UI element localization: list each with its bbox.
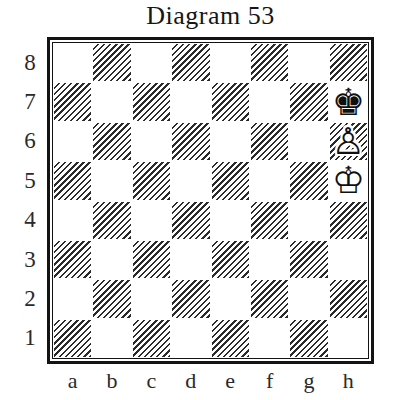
square-f3[interactable] <box>250 240 289 279</box>
square-b4[interactable] <box>92 201 131 240</box>
square-c8[interactable] <box>132 43 171 82</box>
square-a1[interactable] <box>53 319 92 358</box>
square-g8[interactable] <box>289 43 328 82</box>
rank-label-1: 1 <box>12 319 48 358</box>
square-g5[interactable] <box>289 161 328 200</box>
file-labels: abcdefgh <box>53 366 368 396</box>
square-h8[interactable] <box>329 43 368 82</box>
square-b8[interactable] <box>92 43 131 82</box>
square-f6[interactable] <box>250 122 289 161</box>
file-label-a: a <box>53 366 92 396</box>
square-g6[interactable] <box>289 122 328 161</box>
square-a2[interactable] <box>53 279 92 318</box>
square-h4[interactable] <box>329 201 368 240</box>
square-d5[interactable] <box>171 161 210 200</box>
square-d6[interactable] <box>171 122 210 161</box>
square-e4[interactable] <box>211 201 250 240</box>
square-h2[interactable] <box>329 279 368 318</box>
rank-label-5: 5 <box>12 161 48 200</box>
square-b2[interactable] <box>92 279 131 318</box>
square-b1[interactable] <box>92 319 131 358</box>
square-a7[interactable] <box>53 82 92 121</box>
square-c6[interactable] <box>132 122 171 161</box>
rank-label-3: 3 <box>12 240 48 279</box>
square-f7[interactable] <box>250 82 289 121</box>
square-f1[interactable] <box>250 319 289 358</box>
piece-white-king-h5[interactable]: ♔ <box>332 162 365 199</box>
square-b5[interactable] <box>92 161 131 200</box>
square-d2[interactable] <box>171 279 210 318</box>
rank-label-6: 6 <box>12 122 48 161</box>
piece-white-pawn-h6[interactable]: ♙ <box>332 123 365 160</box>
board-inner-frame: ♚♙♔ <box>52 42 369 359</box>
rank-labels: 87654321 <box>12 43 48 358</box>
square-e5[interactable] <box>211 161 250 200</box>
board-grid: ♚♙♔ <box>53 43 368 358</box>
square-h1[interactable] <box>329 319 368 358</box>
square-d7[interactable] <box>171 82 210 121</box>
square-d8[interactable] <box>171 43 210 82</box>
square-a3[interactable] <box>53 240 92 279</box>
file-label-f: f <box>250 366 289 396</box>
square-c5[interactable] <box>132 161 171 200</box>
file-label-g: g <box>289 366 328 396</box>
square-f4[interactable] <box>250 201 289 240</box>
chess-board: ♚♙♔ <box>47 37 374 364</box>
square-g4[interactable] <box>289 201 328 240</box>
square-b3[interactable] <box>92 240 131 279</box>
square-d4[interactable] <box>171 201 210 240</box>
square-b7[interactable] <box>92 82 131 121</box>
square-e6[interactable] <box>211 122 250 161</box>
file-label-e: e <box>211 366 250 396</box>
piece-black-king-h7[interactable]: ♚ <box>332 84 365 121</box>
square-h6[interactable]: ♙ <box>329 122 368 161</box>
square-h5[interactable]: ♔ <box>329 161 368 200</box>
square-h3[interactable] <box>329 240 368 279</box>
square-c4[interactable] <box>132 201 171 240</box>
file-label-c: c <box>132 366 171 396</box>
square-b6[interactable] <box>92 122 131 161</box>
square-e1[interactable] <box>211 319 250 358</box>
file-label-h: h <box>329 366 368 396</box>
diagram-title: Diagram 53 <box>47 1 374 31</box>
square-e8[interactable] <box>211 43 250 82</box>
square-c7[interactable] <box>132 82 171 121</box>
square-h7[interactable]: ♚ <box>329 82 368 121</box>
file-label-b: b <box>92 366 131 396</box>
square-a6[interactable] <box>53 122 92 161</box>
rank-label-2: 2 <box>12 279 48 318</box>
square-g1[interactable] <box>289 319 328 358</box>
square-e2[interactable] <box>211 279 250 318</box>
square-f2[interactable] <box>250 279 289 318</box>
chess-diagram-page: Diagram 53 87654321 ♚♙♔ abcdefgh <box>0 0 400 400</box>
square-d1[interactable] <box>171 319 210 358</box>
square-c3[interactable] <box>132 240 171 279</box>
square-d3[interactable] <box>171 240 210 279</box>
square-g2[interactable] <box>289 279 328 318</box>
square-a4[interactable] <box>53 201 92 240</box>
square-f8[interactable] <box>250 43 289 82</box>
square-g3[interactable] <box>289 240 328 279</box>
square-e7[interactable] <box>211 82 250 121</box>
rank-label-8: 8 <box>12 43 48 82</box>
square-a8[interactable] <box>53 43 92 82</box>
file-label-d: d <box>171 366 210 396</box>
rank-label-4: 4 <box>12 201 48 240</box>
square-c1[interactable] <box>132 319 171 358</box>
square-a5[interactable] <box>53 161 92 200</box>
square-f5[interactable] <box>250 161 289 200</box>
rank-label-7: 7 <box>12 82 48 121</box>
square-c2[interactable] <box>132 279 171 318</box>
square-e3[interactable] <box>211 240 250 279</box>
square-g7[interactable] <box>289 82 328 121</box>
